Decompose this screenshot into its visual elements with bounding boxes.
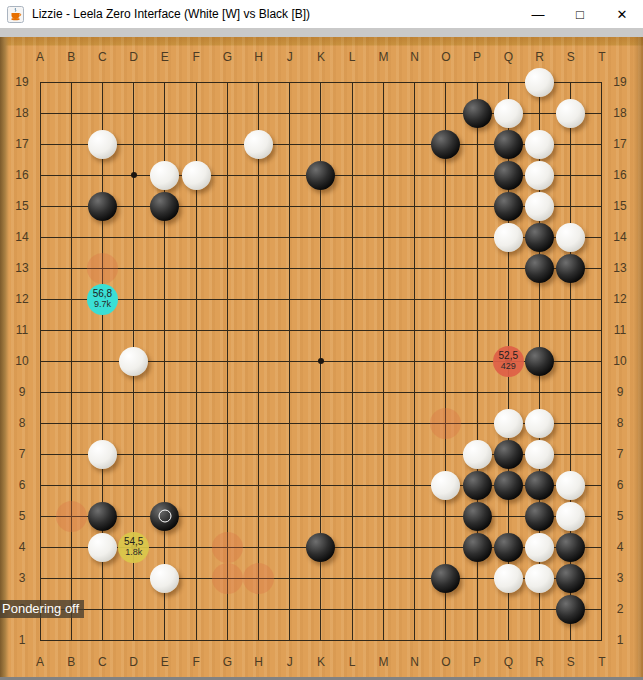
- stone-white-q3: [494, 564, 523, 593]
- coord-label-right-19: 19: [613, 75, 626, 89]
- star-point-k10: [318, 358, 324, 364]
- star-point-d16: [131, 172, 137, 178]
- coord-label-bottom-a: A: [36, 655, 44, 669]
- stone-white-c7: [88, 440, 117, 469]
- stone-black-k4: [306, 533, 335, 562]
- stone-black-s13: [556, 254, 585, 283]
- faint-suggestion-o8[interactable]: [430, 408, 461, 439]
- stone-black-q6: [494, 471, 523, 500]
- grid-line-h: [40, 516, 603, 517]
- coord-label-right-3: 3: [617, 571, 624, 585]
- coord-label-left-17: 17: [15, 137, 28, 151]
- coord-label-right-1: 1: [617, 633, 624, 647]
- candidate-move-d4[interactable]: 54,51.8k: [118, 532, 149, 563]
- coord-label-left-5: 5: [19, 509, 26, 523]
- coord-label-left-13: 13: [15, 261, 28, 275]
- stone-black-o3: [431, 564, 460, 593]
- minimize-button[interactable]: —: [517, 0, 559, 28]
- stone-white-c17: [88, 130, 117, 159]
- coord-label-top-p: P: [473, 50, 481, 64]
- faint-suggestion-h3[interactable]: [243, 563, 274, 594]
- menu-strip: [0, 28, 643, 37]
- coord-label-right-9: 9: [617, 385, 624, 399]
- candidate-visits: 429: [501, 362, 516, 371]
- coord-label-right-5: 5: [617, 509, 624, 523]
- coord-label-bottom-k: K: [317, 655, 325, 669]
- coord-label-left-9: 9: [19, 385, 26, 399]
- stone-white-r3: [525, 564, 554, 593]
- stone-black-q15: [494, 192, 523, 221]
- coord-label-right-6: 6: [617, 478, 624, 492]
- coord-label-top-n: N: [410, 50, 419, 64]
- pondering-status: Pondering off: [0, 600, 84, 618]
- stone-black-r5: [525, 502, 554, 531]
- stone-black-r13: [525, 254, 554, 283]
- coord-label-right-4: 4: [617, 540, 624, 554]
- stone-black-e15: [150, 192, 179, 221]
- board-right-edge: [633, 37, 643, 680]
- coord-label-left-16: 16: [15, 168, 28, 182]
- coord-label-right-2: 2: [617, 602, 624, 616]
- coord-label-bottom-r: R: [535, 655, 544, 669]
- close-button[interactable]: ✕: [601, 0, 643, 28]
- grid-line-h: [40, 609, 603, 610]
- stone-white-r15: [525, 192, 554, 221]
- coord-label-bottom-c: C: [98, 655, 107, 669]
- stone-black-s3: [556, 564, 585, 593]
- stone-black-q16: [494, 161, 523, 190]
- stone-black-p6: [463, 471, 492, 500]
- coord-label-left-12: 12: [15, 292, 28, 306]
- coord-label-bottom-f: F: [192, 655, 199, 669]
- coord-label-top-l: L: [349, 50, 356, 64]
- stone-black-s2: [556, 595, 585, 624]
- coord-label-bottom-d: D: [129, 655, 138, 669]
- stone-white-e3: [150, 564, 179, 593]
- coord-label-top-s: S: [567, 50, 575, 64]
- last-move-marker: [158, 510, 171, 523]
- stone-black-c5: [88, 502, 117, 531]
- coord-label-top-k: K: [317, 50, 325, 64]
- coord-label-top-h: H: [254, 50, 263, 64]
- go-board[interactable]: AABBCCDDEEFFGGHHJJKKLLMMNNOOPPQQRRSSTT19…: [0, 37, 643, 680]
- candidate-move-c12[interactable]: 56,89.7k: [87, 284, 118, 315]
- coord-label-right-12: 12: [613, 292, 626, 306]
- coord-label-top-f: F: [192, 50, 199, 64]
- coord-label-left-14: 14: [15, 230, 28, 244]
- coord-label-bottom-l: L: [349, 655, 356, 669]
- coord-label-right-11: 11: [614, 323, 626, 337]
- stone-white-r19: [525, 68, 554, 97]
- grid-line-h: [40, 392, 603, 393]
- candidate-winrate: 56,8: [93, 289, 112, 299]
- grid-line-v: [445, 82, 446, 641]
- stone-black-q7: [494, 440, 523, 469]
- coord-label-bottom-b: B: [67, 655, 75, 669]
- stone-black-q4: [494, 533, 523, 562]
- coord-label-top-c: C: [98, 50, 107, 64]
- candidate-visits: 1.8k: [125, 548, 142, 557]
- stone-white-q14: [494, 223, 523, 252]
- stone-white-d10: [119, 347, 148, 376]
- coord-label-top-d: D: [129, 50, 138, 64]
- stone-white-r4: [525, 533, 554, 562]
- coord-label-top-g: G: [223, 50, 232, 64]
- lizzie-window: Lizzie - Leela Zero Interface (White [W]…: [0, 0, 643, 680]
- stone-black-k16: [306, 161, 335, 190]
- candidate-winrate: 52,5: [499, 351, 518, 361]
- stone-white-e16: [150, 161, 179, 190]
- coord-label-left-15: 15: [15, 199, 28, 213]
- stone-white-q8: [494, 409, 523, 438]
- coord-label-right-7: 7: [617, 447, 624, 461]
- coord-label-right-18: 18: [613, 106, 626, 120]
- stone-white-s5: [556, 502, 585, 531]
- board-left-edge: [0, 37, 9, 680]
- candidate-move-q10[interactable]: 52,5429: [493, 346, 524, 377]
- grid-line-v: [383, 82, 384, 641]
- stone-white-s18: [556, 99, 585, 128]
- stone-black-s4: [556, 533, 585, 562]
- window-title: Lizzie - Leela Zero Interface (White [W]…: [32, 7, 310, 21]
- faint-suggestion-g4[interactable]: [212, 532, 243, 563]
- coord-label-top-o: O: [441, 50, 450, 64]
- coord-label-bottom-n: N: [410, 655, 419, 669]
- maximize-button[interactable]: □: [559, 0, 601, 28]
- grid-line-v: [601, 82, 602, 641]
- stone-white-r8: [525, 409, 554, 438]
- stone-black-c15: [88, 192, 117, 221]
- coord-label-bottom-m: M: [378, 655, 388, 669]
- stone-white-s6: [556, 471, 585, 500]
- faint-suggestion-c13[interactable]: [87, 253, 118, 284]
- coord-label-bottom-h: H: [254, 655, 263, 669]
- coord-label-right-10: 10: [613, 354, 626, 368]
- java-icon: [7, 6, 24, 23]
- title-bar: Lizzie - Leela Zero Interface (White [W]…: [0, 0, 643, 28]
- window-controls: — □ ✕: [517, 0, 643, 28]
- coord-label-left-7: 7: [19, 447, 26, 461]
- coord-label-top-j: J: [287, 50, 293, 64]
- grid-line-v: [352, 82, 353, 641]
- coord-label-bottom-g: G: [223, 655, 232, 669]
- coord-label-right-8: 8: [617, 416, 624, 430]
- candidate-winrate: 54,5: [124, 537, 143, 547]
- coord-label-bottom-o: O: [441, 655, 450, 669]
- coord-label-right-17: 17: [613, 137, 626, 151]
- stone-black-p18: [463, 99, 492, 128]
- grid-line-v: [414, 82, 415, 641]
- coord-label-bottom-j: J: [287, 655, 293, 669]
- coord-label-top-e: E: [161, 50, 169, 64]
- stone-black-r6: [525, 471, 554, 500]
- coord-label-left-1: 1: [19, 633, 26, 647]
- stone-white-f16: [182, 161, 211, 190]
- stone-black-r10: [525, 347, 554, 376]
- coord-label-left-10: 10: [15, 354, 28, 368]
- faint-suggestion-g3[interactable]: [212, 563, 243, 594]
- stone-white-c4: [88, 533, 117, 562]
- stone-white-r17: [525, 130, 554, 159]
- stone-black-p5: [463, 502, 492, 531]
- stone-white-q18: [494, 99, 523, 128]
- coord-label-top-m: M: [378, 50, 388, 64]
- coord-label-top-r: R: [535, 50, 544, 64]
- stone-black-o17: [431, 130, 460, 159]
- coord-label-top-b: B: [67, 50, 75, 64]
- stone-white-r7: [525, 440, 554, 469]
- coord-label-bottom-t: T: [598, 655, 605, 669]
- coord-label-left-19: 19: [15, 75, 28, 89]
- coord-label-right-13: 13: [613, 261, 626, 275]
- coord-label-top-q: Q: [504, 50, 513, 64]
- coord-label-right-16: 16: [613, 168, 626, 182]
- stone-black-e5: [150, 502, 179, 531]
- coord-label-left-11: 11: [16, 323, 28, 337]
- grid-line-h: [40, 640, 603, 641]
- coord-label-left-3: 3: [19, 571, 26, 585]
- coord-label-left-6: 6: [19, 478, 26, 492]
- coord-label-top-t: T: [598, 50, 605, 64]
- candidate-visits: 9.7k: [94, 300, 111, 309]
- coord-label-bottom-s: S: [567, 655, 575, 669]
- stone-white-o6: [431, 471, 460, 500]
- stone-white-s14: [556, 223, 585, 252]
- stone-black-q17: [494, 130, 523, 159]
- faint-suggestion-b5[interactable]: [56, 501, 87, 532]
- coord-label-bottom-q: Q: [504, 655, 513, 669]
- coord-label-bottom-p: P: [473, 655, 481, 669]
- stone-white-r16: [525, 161, 554, 190]
- stone-black-p4: [463, 533, 492, 562]
- coord-label-right-15: 15: [613, 199, 626, 213]
- coord-label-left-8: 8: [19, 416, 26, 430]
- stone-black-r14: [525, 223, 554, 252]
- stone-white-p7: [463, 440, 492, 469]
- coord-label-left-18: 18: [15, 106, 28, 120]
- stone-white-h17: [244, 130, 273, 159]
- coord-label-right-14: 14: [613, 230, 626, 244]
- coord-label-bottom-e: E: [161, 655, 169, 669]
- coord-label-left-4: 4: [19, 540, 26, 554]
- coord-label-top-a: A: [36, 50, 44, 64]
